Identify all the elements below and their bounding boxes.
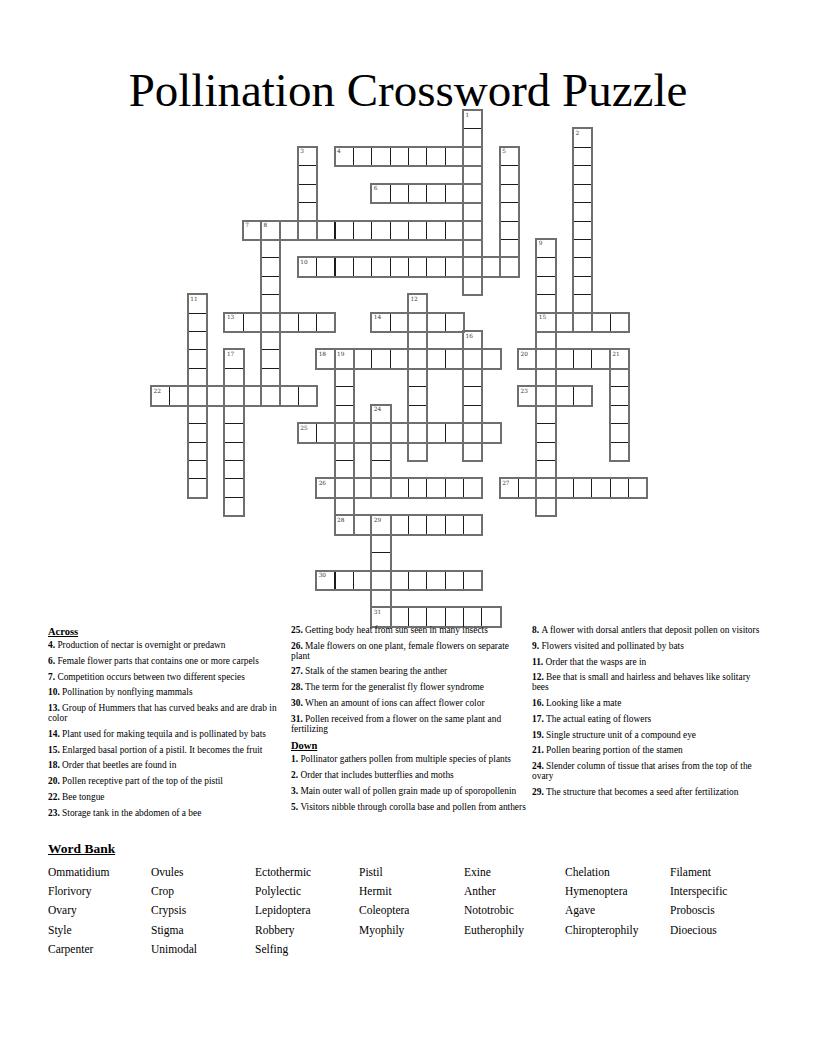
grid-cell-r4c14[interactable] bbox=[408, 184, 427, 203]
grid-cell-r12c21[interactable] bbox=[536, 331, 555, 350]
grid-cell-r15c10[interactable] bbox=[335, 386, 354, 405]
grid-cell-r15c0[interactable]: 22 bbox=[151, 386, 170, 405]
grid-cell-r11c13[interactable] bbox=[390, 313, 409, 332]
grid-cell-r22c15[interactable] bbox=[426, 515, 445, 534]
grid-cell-r20c19[interactable]: 27 bbox=[500, 478, 519, 497]
grid-cell-r20c14[interactable] bbox=[408, 478, 427, 497]
grid-cell-r19c2[interactable] bbox=[188, 460, 207, 479]
clue-num-label: 3 bbox=[291, 786, 300, 796]
clue-down-1: 1Pollinator gathers pollen from multiple… bbox=[291, 755, 529, 765]
clue-number-24: 24 bbox=[374, 406, 381, 413]
clue-text: The structure that becomes a seed after … bbox=[546, 787, 738, 797]
grid-cell-r5c17[interactable] bbox=[463, 202, 482, 221]
clue-num-label: 14 bbox=[48, 729, 62, 739]
grid-cell-r11c16[interactable] bbox=[445, 313, 464, 332]
grid-cell-r17c25[interactable] bbox=[610, 423, 629, 442]
grid-cell-r16c2[interactable] bbox=[188, 405, 207, 424]
grid-cell-r13c10[interactable]: 19 bbox=[335, 349, 354, 368]
grid-cell-r22c17[interactable] bbox=[463, 515, 482, 534]
grid-cell-r20c17[interactable] bbox=[463, 478, 482, 497]
grid-cell-r26c12[interactable] bbox=[371, 589, 390, 608]
clue-num-label: 8 bbox=[532, 625, 541, 635]
grid-cell-r8c13[interactable] bbox=[390, 257, 409, 276]
grid-cell-r15c2[interactable] bbox=[188, 386, 207, 405]
grid-cell-r9c23[interactable] bbox=[573, 276, 592, 295]
grid-cell-r13c2[interactable] bbox=[188, 349, 207, 368]
grid-cell-r14c25[interactable] bbox=[610, 368, 629, 387]
grid-cell-r14c10[interactable] bbox=[335, 368, 354, 387]
grid-cell-r8c6[interactable] bbox=[261, 257, 280, 276]
grid-cell-r8c15[interactable] bbox=[426, 257, 445, 276]
word-bank-item: Chelation bbox=[565, 863, 670, 882]
grid-cell-r19c4[interactable] bbox=[224, 460, 243, 479]
clue-num-label: 2 bbox=[291, 770, 300, 780]
worksheet-page: Pollination Crossword Puzzle 46781013141… bbox=[0, 0, 816, 1056]
grid-cell-r6c5[interactable]: 7 bbox=[243, 221, 262, 240]
word-bank-item: Hymenoptera bbox=[565, 882, 670, 901]
word-bank-item: Ovary bbox=[48, 901, 151, 920]
grid-cell-r15c23[interactable] bbox=[573, 386, 592, 405]
grid-cell-r17c14[interactable] bbox=[408, 423, 427, 442]
clue-text: Male flowers on one plant, female flower… bbox=[291, 641, 509, 661]
grid-cell-r13c18[interactable] bbox=[481, 349, 500, 368]
grid-cell-r5c23[interactable] bbox=[573, 202, 592, 221]
grid-cell-r13c11[interactable] bbox=[353, 349, 372, 368]
grid-cell-r20c21[interactable] bbox=[536, 478, 555, 497]
grid-cell-r4c19[interactable] bbox=[500, 184, 519, 203]
clue-text: Competition occurs between two different… bbox=[57, 672, 245, 682]
grid-cell-r7c19[interactable] bbox=[500, 239, 519, 258]
grid-cell-r16c14[interactable] bbox=[408, 405, 427, 424]
grid-cell-r16c10[interactable] bbox=[335, 405, 354, 424]
clue-text: Flowers visited and pollinated by bats bbox=[541, 641, 683, 651]
grid-cell-r3c19[interactable] bbox=[500, 165, 519, 184]
grid-cell-r20c2[interactable] bbox=[188, 478, 207, 497]
grid-cell-r2c10[interactable]: 4 bbox=[335, 147, 354, 166]
grid-cell-r27c17[interactable] bbox=[463, 607, 482, 626]
grid-cell-r20c26[interactable] bbox=[628, 478, 647, 497]
grid-cell-r16c21[interactable] bbox=[536, 405, 555, 424]
grid-cell-r27c18[interactable] bbox=[481, 607, 500, 626]
clue-down-9: 9Flowers visited and pollinated by bats bbox=[532, 642, 764, 652]
grid-cell-r5c8[interactable] bbox=[298, 202, 317, 221]
grid-cell-r6c13[interactable] bbox=[390, 221, 409, 240]
grid-cell-r20c23[interactable] bbox=[573, 478, 592, 497]
grid-cell-r20c16[interactable] bbox=[445, 478, 464, 497]
clue-text: Looking like a mate bbox=[546, 698, 621, 708]
grid-cell-r2c16[interactable] bbox=[445, 147, 464, 166]
grid-cell-r20c11[interactable] bbox=[353, 478, 372, 497]
grid-cell-r12c17[interactable]: 16 bbox=[463, 331, 482, 350]
grid-cell-r6c8[interactable] bbox=[298, 221, 317, 240]
clue-num-label: 13 bbox=[48, 703, 62, 713]
grid-cell-r2c23[interactable] bbox=[573, 147, 592, 166]
grid-cell-r22c11[interactable] bbox=[353, 515, 372, 534]
word-bank-item: Ovules bbox=[151, 863, 255, 882]
grid-cell-r22c10[interactable]: 28 bbox=[335, 515, 354, 534]
grid-cell-r20c12[interactable] bbox=[371, 478, 390, 497]
grid-cell-r1c17[interactable] bbox=[463, 128, 482, 147]
grid-cell-r19c12[interactable] bbox=[371, 460, 390, 479]
word-bank-item: Myophily bbox=[359, 921, 464, 940]
grid-cell-r13c21[interactable] bbox=[536, 349, 555, 368]
grid-cell-r8c10[interactable] bbox=[335, 257, 354, 276]
grid-cell-r13c24[interactable] bbox=[591, 349, 610, 368]
grid-cell-r11c14[interactable] bbox=[408, 313, 427, 332]
grid-cell-r22c14[interactable] bbox=[408, 515, 427, 534]
grid-cell-r13c4[interactable]: 17 bbox=[224, 349, 243, 368]
grid-cell-r27c16[interactable] bbox=[445, 607, 464, 626]
grid-cell-r13c14[interactable] bbox=[408, 349, 427, 368]
clue-num-label: 19 bbox=[532, 730, 546, 740]
grid-cell-r17c12[interactable] bbox=[371, 423, 390, 442]
grid-cell-r27c14[interactable] bbox=[408, 607, 427, 626]
grid-cell-r25c9[interactable]: 30 bbox=[316, 571, 335, 590]
grid-cell-r11c25[interactable] bbox=[610, 313, 629, 332]
grid-cell-r3c17[interactable] bbox=[463, 165, 482, 184]
grid-cell-r11c4[interactable]: 13 bbox=[224, 313, 243, 332]
grid-cell-r10c23[interactable] bbox=[573, 294, 592, 313]
grid-cell-r16c12[interactable]: 24 bbox=[371, 405, 390, 424]
grid-cell-r15c14[interactable] bbox=[408, 386, 427, 405]
grid-cell-r20c20[interactable] bbox=[518, 478, 537, 497]
grid-cell-r6c12[interactable] bbox=[371, 221, 390, 240]
grid-cell-r8c9[interactable] bbox=[316, 257, 335, 276]
grid-cell-r14c2[interactable] bbox=[188, 368, 207, 387]
grid-cell-r19c21[interactable] bbox=[536, 460, 555, 479]
grid-cell-r2c12[interactable] bbox=[371, 147, 390, 166]
grid-cell-r10c14[interactable]: 12 bbox=[408, 294, 427, 313]
clue-across-6: 6Female flower parts that contains one o… bbox=[48, 657, 280, 667]
word-bank-item: Pistil bbox=[359, 863, 464, 882]
grid-cell-r18c21[interactable] bbox=[536, 442, 555, 461]
grid-cell-r13c25[interactable]: 21 bbox=[610, 349, 629, 368]
grid-cell-r6c14[interactable] bbox=[408, 221, 427, 240]
grid-cell-r6c10[interactable] bbox=[335, 221, 354, 240]
grid-cell-r6c23[interactable] bbox=[573, 221, 592, 240]
grid-cell-r22c16[interactable] bbox=[445, 515, 464, 534]
grid-cell-r0c17[interactable]: 1 bbox=[463, 110, 482, 129]
grid-cell-r8c19[interactable] bbox=[500, 257, 519, 276]
clues-column-middle: 25Getting body heat from sun seen in man… bbox=[291, 626, 529, 819]
grid-cell-r6c15[interactable] bbox=[426, 221, 445, 240]
grid-cell-r11c24[interactable] bbox=[591, 313, 610, 332]
grid-cell-r15c5[interactable] bbox=[243, 386, 262, 405]
grid-cell-r13c13[interactable] bbox=[390, 349, 409, 368]
clue-across-13: 13Group of Hummers that has curved beaks… bbox=[48, 704, 280, 724]
grid-cell-r18c2[interactable] bbox=[188, 442, 207, 461]
clue-text: Bee that is small and hairless and behav… bbox=[532, 672, 750, 692]
grid-cell-r18c14[interactable] bbox=[408, 442, 427, 461]
grid-cell-r5c19[interactable] bbox=[500, 202, 519, 221]
grid-cell-r24c12[interactable] bbox=[371, 552, 390, 571]
grid-cell-r11c6[interactable] bbox=[261, 313, 280, 332]
across-header: Across bbox=[48, 626, 280, 637]
clue-number-25: 25 bbox=[300, 425, 307, 432]
grid-cell-r11c7[interactable] bbox=[279, 313, 298, 332]
grid-cell-r4c12[interactable]: 6 bbox=[371, 184, 390, 203]
grid-cell-r17c17[interactable] bbox=[463, 423, 482, 442]
clue-across-25: 25Getting body heat from sun seen in man… bbox=[291, 626, 529, 636]
clues-column-right: 8A flower with dorsal antlers that depos… bbox=[532, 626, 764, 804]
clue-num-label: 20 bbox=[48, 776, 62, 786]
grid-cell-r13c6[interactable] bbox=[261, 349, 280, 368]
grid-cell-r10c2[interactable]: 11 bbox=[188, 294, 207, 313]
grid-cell-r11c22[interactable] bbox=[555, 313, 574, 332]
grid-cell-r2c19[interactable]: 5 bbox=[500, 147, 519, 166]
clue-text: Order that beetles are found in bbox=[62, 760, 176, 770]
grid-cell-r15c21[interactable] bbox=[536, 386, 555, 405]
grid-cell-r20c24[interactable] bbox=[591, 478, 610, 497]
grid-cell-r25c10[interactable] bbox=[335, 571, 354, 590]
clue-down-16: 16Looking like a mate bbox=[532, 699, 764, 709]
grid-cell-r8c11[interactable] bbox=[353, 257, 372, 276]
grid-cell-r16c25[interactable] bbox=[610, 405, 629, 424]
grid-cell-r6c6[interactable]: 8 bbox=[261, 221, 280, 240]
clue-number-9: 9 bbox=[539, 240, 543, 247]
grid-cell-r13c22[interactable] bbox=[555, 349, 574, 368]
grid-cell-r20c10[interactable] bbox=[335, 478, 354, 497]
grid-cell-r14c4[interactable] bbox=[224, 368, 243, 387]
grid-cell-r19c10[interactable] bbox=[335, 460, 354, 479]
grid-cell-r11c9[interactable] bbox=[316, 313, 335, 332]
clue-across-27: 27Stalk of the stamen bearing the anther bbox=[291, 667, 529, 677]
grid-cell-r9c21[interactable] bbox=[536, 276, 555, 295]
grid-cell-r2c15[interactable] bbox=[426, 147, 445, 166]
grid-cell-r27c12[interactable]: 31 bbox=[371, 607, 390, 626]
grid-cell-r8c18[interactable] bbox=[481, 257, 500, 276]
grid-cell-r21c10[interactable] bbox=[335, 497, 354, 516]
grid-cell-r2c13[interactable] bbox=[390, 147, 409, 166]
grid-cell-r13c12[interactable] bbox=[371, 349, 390, 368]
grid-cell-r12c14[interactable] bbox=[408, 331, 427, 350]
grid-cell-r6c16[interactable] bbox=[445, 221, 464, 240]
grid-cell-r27c15[interactable] bbox=[426, 607, 445, 626]
grid-cell-r17c2[interactable] bbox=[188, 423, 207, 442]
grid-cell-r11c8[interactable] bbox=[298, 313, 317, 332]
grid-cell-r9c17[interactable] bbox=[463, 276, 482, 295]
grid-cell-r16c17[interactable] bbox=[463, 405, 482, 424]
clue-text: Pollinator gathers pollen from multiple … bbox=[300, 754, 511, 764]
grid-cell-r25c11[interactable] bbox=[353, 571, 372, 590]
grid-cell-r17c21[interactable] bbox=[536, 423, 555, 442]
word-bank-item: Crop bbox=[151, 882, 255, 901]
grid-cell-r13c17[interactable] bbox=[463, 349, 482, 368]
grid-cell-r14c17[interactable] bbox=[463, 368, 482, 387]
clue-across-28: 28The term for the generalist fly flower… bbox=[291, 683, 529, 693]
grid-cell-r11c21[interactable]: 15 bbox=[536, 313, 555, 332]
grid-cell-r15c8[interactable] bbox=[298, 386, 317, 405]
grid-cell-r25c14[interactable] bbox=[408, 571, 427, 590]
grid-cell-r13c23[interactable] bbox=[573, 349, 592, 368]
grid-cell-r4c16[interactable] bbox=[445, 184, 464, 203]
clue-number-5: 5 bbox=[502, 148, 506, 155]
grid-cell-r18c12[interactable] bbox=[371, 442, 390, 461]
grid-cell-r7c21[interactable]: 9 bbox=[536, 239, 555, 258]
grid-cell-r15c4[interactable] bbox=[224, 386, 243, 405]
grid-cell-r7c6[interactable] bbox=[261, 239, 280, 258]
grid-cell-r15c25[interactable] bbox=[610, 386, 629, 405]
clue-down-24: 24Slender column of tissue that arises f… bbox=[532, 762, 764, 782]
clue-down-5: 5Visitors nibble through corolla base an… bbox=[291, 803, 529, 813]
grid-cell-r8c17[interactable] bbox=[463, 257, 482, 276]
grid-cell-r18c10[interactable] bbox=[335, 442, 354, 461]
clue-down-29: 29The structure that becomes a seed afte… bbox=[532, 788, 764, 798]
grid-cell-r6c7[interactable] bbox=[279, 221, 298, 240]
grid-cell-r15c1[interactable] bbox=[169, 386, 188, 405]
clue-number-26: 26 bbox=[319, 480, 326, 487]
grid-cell-r13c9[interactable]: 18 bbox=[316, 349, 335, 368]
grid-cell-r15c6[interactable] bbox=[261, 386, 280, 405]
grid-cell-r8c8[interactable]: 10 bbox=[298, 257, 317, 276]
grid-cell-r20c15[interactable] bbox=[426, 478, 445, 497]
grid-cell-r12c2[interactable] bbox=[188, 331, 207, 350]
grid-cell-r17c10[interactable] bbox=[335, 423, 354, 442]
grid-cell-r8c23[interactable] bbox=[573, 257, 592, 276]
word-bank-item: Ommatidium bbox=[48, 863, 151, 882]
clue-across-23: 23Storage tank in the abdomen of a bee bbox=[48, 809, 280, 819]
grid-cell-r20c22[interactable] bbox=[555, 478, 574, 497]
grid-cell-r2c14[interactable] bbox=[408, 147, 427, 166]
grid-cell-r2c17[interactable] bbox=[463, 147, 482, 166]
grid-cell-r1c23[interactable]: 2 bbox=[573, 128, 592, 147]
grid-cell-r15c3[interactable] bbox=[206, 386, 225, 405]
clue-num-label: 15 bbox=[48, 745, 62, 755]
clue-num-label: 22 bbox=[48, 792, 62, 802]
grid-cell-r20c13[interactable] bbox=[390, 478, 409, 497]
grid-cell-r20c25[interactable] bbox=[610, 478, 629, 497]
grid-cell-r7c17[interactable] bbox=[463, 239, 482, 258]
grid-cell-r11c5[interactable] bbox=[243, 313, 262, 332]
grid-cell-r22c12[interactable]: 29 bbox=[371, 515, 390, 534]
clue-number-8: 8 bbox=[264, 222, 268, 229]
grid-cell-r11c15[interactable] bbox=[426, 313, 445, 332]
grid-cell-r17c4[interactable] bbox=[224, 423, 243, 442]
grid-cell-r16c4[interactable] bbox=[224, 405, 243, 424]
word-bank-item: Robbery bbox=[255, 921, 359, 940]
grid-cell-r18c4[interactable] bbox=[224, 442, 243, 461]
grid-cell-r4c23[interactable] bbox=[573, 184, 592, 203]
clue-across-20: 20Pollen receptive part of the top of th… bbox=[48, 777, 280, 787]
clue-num-label: 27 bbox=[291, 666, 305, 676]
grid-cell-r8c21[interactable] bbox=[536, 257, 555, 276]
grid-cell-r11c12[interactable]: 14 bbox=[371, 313, 390, 332]
grid-cell-r25c13[interactable] bbox=[390, 571, 409, 590]
clue-num-label: 25 bbox=[291, 625, 305, 635]
across-clues-list: 4Production of nectar is overnight or pr… bbox=[48, 641, 280, 819]
clue-number-4: 4 bbox=[337, 148, 341, 155]
clue-down-8: 8A flower with dorsal antlers that depos… bbox=[532, 626, 764, 636]
grid-cell-r22c13[interactable] bbox=[390, 515, 409, 534]
grid-cell-r8c12[interactable] bbox=[371, 257, 390, 276]
grid-cell-r20c4[interactable] bbox=[224, 478, 243, 497]
grid-cell-r11c23[interactable] bbox=[573, 313, 592, 332]
grid-cell-r25c17[interactable] bbox=[463, 571, 482, 590]
grid-cell-r3c8[interactable] bbox=[298, 165, 317, 184]
grid-cell-r13c15[interactable] bbox=[426, 349, 445, 368]
grid-cell-r21c21[interactable] bbox=[536, 497, 555, 516]
clue-number-21: 21 bbox=[612, 351, 619, 358]
clue-across-26: 26Male flowers on one plant, female flow… bbox=[291, 642, 529, 662]
grid-cell-r21c4[interactable] bbox=[224, 497, 243, 516]
clue-text: Getting body heat from sun seen in many … bbox=[305, 625, 488, 635]
clue-across-14: 14Plant used for making tequila and is p… bbox=[48, 730, 280, 740]
clue-num-label: 21 bbox=[532, 745, 546, 755]
grid-cell-r17c18[interactable] bbox=[481, 423, 500, 442]
clue-number-27: 27 bbox=[502, 480, 509, 487]
grid-cell-r27c13[interactable] bbox=[390, 607, 409, 626]
grid-cell-r25c12[interactable] bbox=[371, 571, 390, 590]
grid-cell-r17c11[interactable] bbox=[353, 423, 372, 442]
clue-down-2: 2Order that includes butterflies and mot… bbox=[291, 771, 529, 781]
grid-cell-r17c15[interactable] bbox=[426, 423, 445, 442]
clue-num-label: 23 bbox=[48, 808, 62, 818]
word-bank-item: Exine bbox=[464, 863, 565, 882]
grid-cell-r18c25[interactable] bbox=[610, 442, 629, 461]
grid-cell-r17c16[interactable] bbox=[445, 423, 464, 442]
grid-cell-r17c13[interactable] bbox=[390, 423, 409, 442]
clue-number-7: 7 bbox=[245, 222, 249, 229]
grid-cell-r6c17[interactable] bbox=[463, 221, 482, 240]
grid-cell-r25c15[interactable] bbox=[426, 571, 445, 590]
grid-cell-r12c6[interactable] bbox=[261, 331, 280, 350]
clue-across-22: 22Bee tongue bbox=[48, 793, 280, 803]
grid-cell-r7c23[interactable] bbox=[573, 239, 592, 258]
grid-cell-r4c13[interactable] bbox=[390, 184, 409, 203]
grid-cell-r17c8[interactable]: 25 bbox=[298, 423, 317, 442]
clue-number-19: 19 bbox=[337, 351, 344, 358]
grid-cell-r13c16[interactable] bbox=[445, 349, 464, 368]
clue-num-label: 26 bbox=[291, 641, 305, 651]
clue-text: Female flower parts that contains one or… bbox=[57, 656, 259, 666]
grid-cell-r17c9[interactable] bbox=[316, 423, 335, 442]
grid-cell-r25c16[interactable] bbox=[445, 571, 464, 590]
grid-cell-r2c11[interactable] bbox=[353, 147, 372, 166]
grid-cell-r6c9[interactable] bbox=[316, 221, 335, 240]
grid-cell-r23c12[interactable] bbox=[371, 534, 390, 553]
grid-cell-r15c20[interactable]: 23 bbox=[518, 386, 537, 405]
grid-cell-r18c17[interactable] bbox=[463, 442, 482, 461]
grid-cell-r15c7[interactable] bbox=[279, 386, 298, 405]
clue-number-12: 12 bbox=[410, 296, 417, 303]
clue-num-label: 5 bbox=[291, 802, 300, 812]
grid-cell-r14c21[interactable] bbox=[536, 368, 555, 387]
clue-text: Slender column of tissue that arises fro… bbox=[532, 761, 752, 781]
grid-cell-r8c14[interactable] bbox=[408, 257, 427, 276]
grid-cell-r13c20[interactable]: 20 bbox=[518, 349, 537, 368]
grid-cell-r6c11[interactable] bbox=[353, 221, 372, 240]
grid-cell-r15c17[interactable] bbox=[463, 386, 482, 405]
clue-across-18: 18Order that beetles are found in bbox=[48, 761, 280, 771]
grid-cell-r14c14[interactable] bbox=[408, 368, 427, 387]
grid-cell-r6c19[interactable] bbox=[500, 221, 519, 240]
grid-cell-r10c6[interactable] bbox=[261, 294, 280, 313]
grid-cell-r4c15[interactable] bbox=[426, 184, 445, 203]
clue-num-label: 9 bbox=[532, 641, 541, 651]
grid-cell-r10c21[interactable] bbox=[536, 294, 555, 313]
grid-cell-r8c16[interactable] bbox=[445, 257, 464, 276]
grid-cell-r20c9[interactable]: 26 bbox=[316, 478, 335, 497]
grid-cell-r11c2[interactable] bbox=[188, 313, 207, 332]
grid-cell-r14c6[interactable] bbox=[261, 368, 280, 387]
grid-cell-r2c8[interactable]: 3 bbox=[298, 147, 317, 166]
grid-cell-r4c8[interactable] bbox=[298, 184, 317, 203]
grid-cell-r9c6[interactable] bbox=[261, 276, 280, 295]
grid-cell-r3c23[interactable] bbox=[573, 165, 592, 184]
grid-cell-r15c22[interactable] bbox=[555, 386, 574, 405]
grid-cell-r4c17[interactable] bbox=[463, 184, 482, 203]
clue-num-label: 6 bbox=[48, 656, 57, 666]
